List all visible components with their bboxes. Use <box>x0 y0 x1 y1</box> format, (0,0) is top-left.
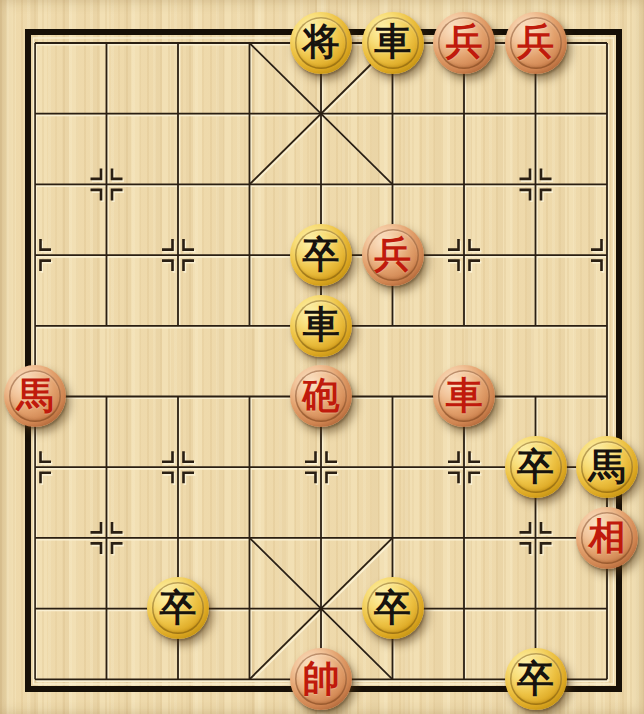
black-soldier-piece[interactable]: 卒 <box>362 577 424 639</box>
black-soldier-piece[interactable]: 卒 <box>505 436 567 498</box>
black-horse-piece[interactable]: 馬 <box>576 436 638 498</box>
piece-glyph: 卒 <box>517 448 554 485</box>
piece-glyph: 将 <box>303 23 340 60</box>
piece-glyph: 砲 <box>303 377 340 414</box>
black-soldier-piece[interactable]: 卒 <box>290 224 352 286</box>
black-chariot-piece[interactable]: 車 <box>290 295 352 357</box>
red-cannon-piece[interactable]: 砲 <box>290 365 352 427</box>
piece-glyph: 相 <box>589 518 626 555</box>
piece-glyph: 帥 <box>303 660 340 697</box>
black-soldier-piece[interactable]: 卒 <box>147 577 209 639</box>
piece-glyph: 兵 <box>446 23 483 60</box>
red-elephant-piece[interactable]: 相 <box>576 507 638 569</box>
piece-glyph: 兵 <box>517 23 554 60</box>
piece-glyph: 卒 <box>160 589 197 626</box>
black-general-piece[interactable]: 将 <box>290 12 352 74</box>
black-chariot-piece[interactable]: 車 <box>362 12 424 74</box>
piece-glyph: 馬 <box>589 448 626 485</box>
red-soldier-piece[interactable]: 兵 <box>505 12 567 74</box>
red-chariot-piece[interactable]: 車 <box>433 365 495 427</box>
xiangqi-board[interactable]: 将車兵兵卒兵車馬砲車卒馬相卒卒帥卒 <box>0 0 644 714</box>
piece-glyph: 車 <box>374 23 411 60</box>
red-soldier-piece[interactable]: 兵 <box>362 224 424 286</box>
red-horse-piece[interactable]: 馬 <box>4 365 66 427</box>
piece-glyph: 卒 <box>303 236 340 273</box>
piece-glyph: 卒 <box>517 660 554 697</box>
piece-glyph: 車 <box>303 306 340 343</box>
red-soldier-piece[interactable]: 兵 <box>433 12 495 74</box>
piece-glyph: 車 <box>446 377 483 414</box>
piece-glyph: 卒 <box>374 589 411 626</box>
red-general-piece[interactable]: 帥 <box>290 648 352 710</box>
board-points-layer: 将車兵兵卒兵車馬砲車卒馬相卒卒帥卒 <box>0 8 643 714</box>
piece-glyph: 馬 <box>17 377 54 414</box>
black-soldier-piece[interactable]: 卒 <box>505 648 567 710</box>
piece-glyph: 兵 <box>374 236 411 273</box>
